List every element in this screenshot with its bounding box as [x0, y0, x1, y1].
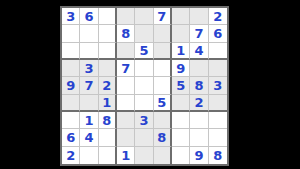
cell-r6c8[interactable]: 2: [190, 95, 208, 112]
cell-r8c8[interactable]: [190, 129, 208, 146]
cell-r5c3[interactable]: 2: [99, 77, 117, 94]
cell-r5c5[interactable]: [135, 77, 153, 94]
cell-r9c5[interactable]: [135, 147, 153, 164]
cell-r9c9[interactable]: 8: [209, 147, 227, 164]
screen-background: 36728765143799725831521836482198: [0, 0, 300, 169]
cell-r2c7[interactable]: [172, 25, 190, 42]
cell-r4c9[interactable]: [209, 60, 227, 77]
cell-r1c9[interactable]: 2: [209, 8, 227, 25]
cell-r5c1[interactable]: 9: [62, 77, 80, 94]
cell-r4c4[interactable]: 7: [117, 60, 135, 77]
cell-r1c3[interactable]: [99, 8, 117, 25]
cell-r5c2[interactable]: 7: [80, 77, 98, 94]
cell-r7c1[interactable]: [62, 112, 80, 129]
cell-r8c9[interactable]: [209, 129, 227, 146]
cell-r4c2[interactable]: 3: [80, 60, 98, 77]
cell-r7c3[interactable]: 8: [99, 112, 117, 129]
cell-r8c3[interactable]: [99, 129, 117, 146]
cell-r7c8[interactable]: [190, 112, 208, 129]
cell-r4c1[interactable]: [62, 60, 80, 77]
cell-r1c4[interactable]: [117, 8, 135, 25]
cell-r9c1[interactable]: 2: [62, 147, 80, 164]
cell-r3c3[interactable]: [99, 43, 117, 60]
cell-r7c7[interactable]: [172, 112, 190, 129]
cell-r3c5[interactable]: 5: [135, 43, 153, 60]
cell-r7c6[interactable]: [154, 112, 172, 129]
cell-r8c2[interactable]: 4: [80, 129, 98, 146]
cell-r2c5[interactable]: [135, 25, 153, 42]
cell-r9c8[interactable]: 9: [190, 147, 208, 164]
cell-r1c5[interactable]: [135, 8, 153, 25]
cell-r5c8[interactable]: 8: [190, 77, 208, 94]
cell-r8c6[interactable]: 8: [154, 129, 172, 146]
cell-r2c2[interactable]: [80, 25, 98, 42]
cell-r8c4[interactable]: [117, 129, 135, 146]
cell-r2c3[interactable]: [99, 25, 117, 42]
cell-r6c6[interactable]: 5: [154, 95, 172, 112]
cell-r6c9[interactable]: [209, 95, 227, 112]
cell-r9c2[interactable]: [80, 147, 98, 164]
cell-r5c7[interactable]: 5: [172, 77, 190, 94]
cell-r9c7[interactable]: [172, 147, 190, 164]
cell-r2c6[interactable]: [154, 25, 172, 42]
cell-r6c5[interactable]: [135, 95, 153, 112]
cell-r1c1[interactable]: 3: [62, 8, 80, 25]
cell-r7c9[interactable]: [209, 112, 227, 129]
cell-r7c5[interactable]: 3: [135, 112, 153, 129]
cell-r4c3[interactable]: [99, 60, 117, 77]
cell-r5c6[interactable]: [154, 77, 172, 94]
cell-r2c1[interactable]: [62, 25, 80, 42]
cell-r6c3[interactable]: 1: [99, 95, 117, 112]
cell-r6c7[interactable]: [172, 95, 190, 112]
cell-r3c1[interactable]: [62, 43, 80, 60]
cell-r4c8[interactable]: [190, 60, 208, 77]
cell-r1c8[interactable]: [190, 8, 208, 25]
cell-r3c7[interactable]: 1: [172, 43, 190, 60]
cell-r4c7[interactable]: 9: [172, 60, 190, 77]
cell-r6c2[interactable]: [80, 95, 98, 112]
cell-r1c7[interactable]: [172, 8, 190, 25]
cell-r8c7[interactable]: [172, 129, 190, 146]
cell-r5c9[interactable]: 3: [209, 77, 227, 94]
cell-r8c1[interactable]: 6: [62, 129, 80, 146]
cell-r9c3[interactable]: [99, 147, 117, 164]
sudoku-board: 36728765143799725831521836482198: [60, 6, 229, 166]
cell-r2c4[interactable]: 8: [117, 25, 135, 42]
cell-r4c5[interactable]: [135, 60, 153, 77]
cell-r3c9[interactable]: [209, 43, 227, 60]
cell-r8c5[interactable]: [135, 129, 153, 146]
cell-r2c9[interactable]: 6: [209, 25, 227, 42]
cell-r7c2[interactable]: 1: [80, 112, 98, 129]
cell-r2c8[interactable]: 7: [190, 25, 208, 42]
cell-r4c6[interactable]: [154, 60, 172, 77]
cell-r7c4[interactable]: [117, 112, 135, 129]
cell-r6c4[interactable]: [117, 95, 135, 112]
cell-r3c2[interactable]: [80, 43, 98, 60]
cell-r1c6[interactable]: 7: [154, 8, 172, 25]
cell-r6c1[interactable]: [62, 95, 80, 112]
cell-r3c6[interactable]: [154, 43, 172, 60]
cell-r3c8[interactable]: 4: [190, 43, 208, 60]
cell-r3c4[interactable]: [117, 43, 135, 60]
cell-r5c4[interactable]: [117, 77, 135, 94]
cell-r9c6[interactable]: [154, 147, 172, 164]
cell-r9c4[interactable]: 1: [117, 147, 135, 164]
cell-r1c2[interactable]: 6: [80, 8, 98, 25]
